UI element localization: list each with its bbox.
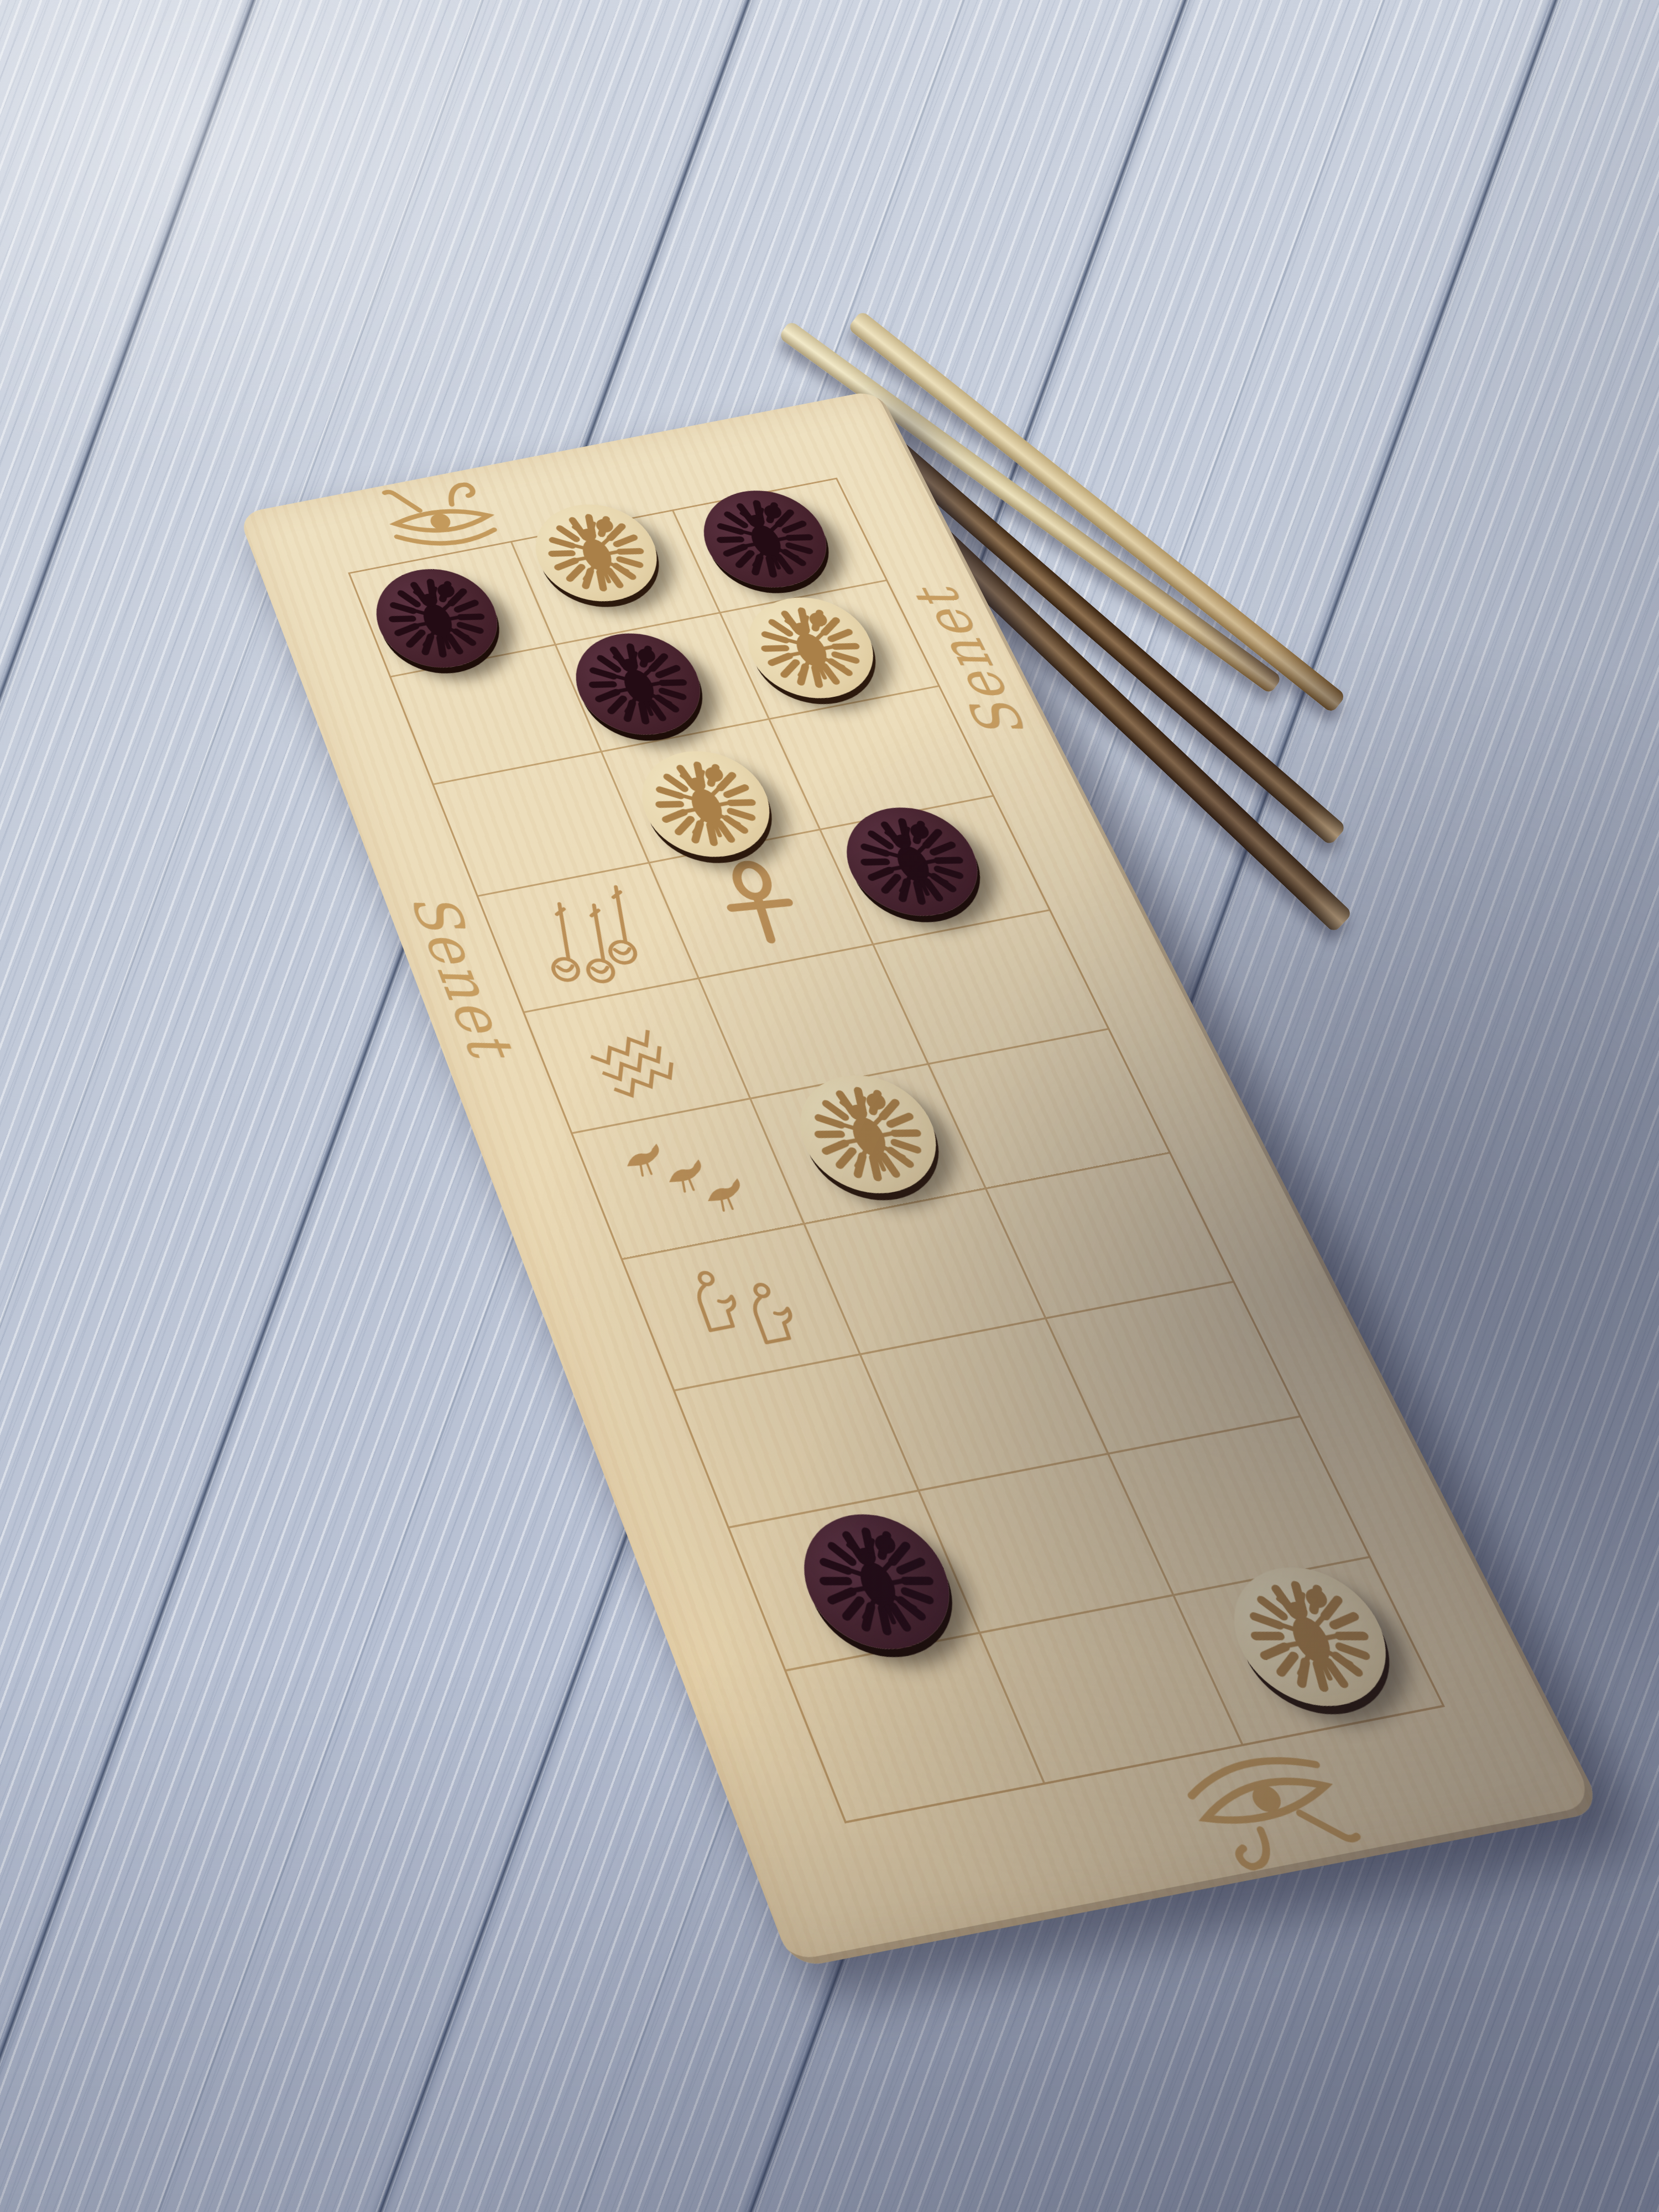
- water-ripples-glyph-icon: [562, 996, 710, 1115]
- senet-piece-light[interactable]: [519, 494, 675, 611]
- scarab-engraving-icon: [528, 502, 665, 604]
- senet-piece-dark[interactable]: [559, 623, 719, 744]
- three-birds-glyph-icon: [611, 1117, 763, 1240]
- senet-piece-dark[interactable]: [782, 1503, 972, 1661]
- senet-square-r10-c3[interactable]: [1175, 1558, 1442, 1744]
- senet-square-r7-c2[interactable]: [805, 1189, 1047, 1355]
- eye-of-horus-icon: [1157, 1723, 1374, 1881]
- senet-square-r2-c2[interactable]: [556, 613, 770, 752]
- senet-square-r2-c1[interactable]: [392, 645, 602, 785]
- senet-square-r1-c3[interactable]: [674, 479, 886, 613]
- photo-scene: Senet Senet: [0, 0, 1659, 2212]
- senet-square-r6-c3[interactable]: [930, 1030, 1169, 1189]
- scarab-engraving-icon: [1222, 1565, 1399, 1708]
- senet-square-r2-c3[interactable]: [721, 581, 938, 719]
- scarab-engraving-icon: [369, 566, 504, 670]
- senet-piece-dark[interactable]: [827, 797, 998, 926]
- senet-square-r1-c1[interactable]: [350, 542, 556, 677]
- senet-square-r3-c2[interactable]: [602, 719, 821, 863]
- two-seated-figures-glyph-icon: [662, 1243, 818, 1370]
- senet-piece-light[interactable]: [624, 740, 789, 867]
- senet-square-r8-c1[interactable]: [675, 1355, 920, 1528]
- scarab-engraving-icon: [791, 1072, 947, 1195]
- three-nefer-amulets-glyph-icon: [515, 880, 659, 994]
- senet-square-r9-c2[interactable]: [920, 1454, 1175, 1634]
- senet-piece-light[interactable]: [780, 1064, 957, 1204]
- scarab-engraving-icon: [739, 594, 882, 701]
- senet-square-r1-c2[interactable]: [512, 511, 721, 645]
- senet-piece-dark[interactable]: [361, 559, 514, 677]
- senet-square-r7-c1[interactable]: [623, 1224, 862, 1391]
- scarab-engraving-icon: [695, 488, 835, 590]
- eye-of-horus-icon: [372, 480, 513, 562]
- senet-square-r8-c3[interactable]: [1047, 1283, 1300, 1454]
- senet-piece-light[interactable]: [729, 587, 892, 708]
- ankh-glyph-icon: [686, 847, 833, 961]
- senet-square-r4-c1[interactable]: [478, 863, 700, 1013]
- senet-square-r5-c3[interactable]: [874, 911, 1108, 1065]
- senet-piece-dark[interactable]: [686, 481, 844, 597]
- senet-square-r6-c2[interactable]: [752, 1065, 988, 1224]
- scarab-engraving-icon: [837, 805, 987, 918]
- senet-square-r5-c1[interactable]: [525, 979, 752, 1134]
- senet-square-r4-c3[interactable]: [821, 797, 1049, 945]
- senet-square-r8-c2[interactable]: [861, 1319, 1109, 1491]
- senet-square-r9-c1[interactable]: [730, 1491, 981, 1672]
- senet-square-r10-c2[interactable]: [981, 1596, 1244, 1782]
- senet-square-r10-c1[interactable]: [787, 1634, 1045, 1821]
- senet-piece-light[interactable]: [1209, 1556, 1411, 1718]
- senet-square-r3-c3[interactable]: [770, 687, 993, 830]
- senet-square-r7-c3[interactable]: [987, 1154, 1233, 1319]
- senet-square-r3-c1[interactable]: [434, 752, 650, 896]
- scarab-engraving-icon: [794, 1512, 960, 1651]
- scarab-engraving-icon: [568, 630, 709, 737]
- senet-square-r6-c1[interactable]: [573, 1099, 805, 1260]
- scarab-engraving-icon: [634, 748, 779, 859]
